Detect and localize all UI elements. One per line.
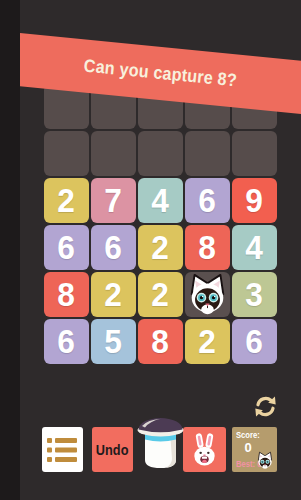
cell-number: 2 <box>57 184 75 217</box>
cat-cell[interactable] <box>185 272 230 317</box>
cell-number: 8 <box>198 231 216 264</box>
number-cell-7[interactable]: 7 <box>91 178 136 223</box>
cell-number: 2 <box>151 231 169 264</box>
banner-text: Can you capture 8? <box>83 56 238 92</box>
undo-button[interactable]: Undo <box>92 427 133 472</box>
score-label: Score: <box>236 430 260 440</box>
refresh-icon <box>253 394 278 419</box>
number-cell-2[interactable]: 2 <box>91 272 136 317</box>
cat-face-icon <box>255 451 275 470</box>
number-cell-4[interactable]: 4 <box>138 178 183 223</box>
number-cell-2[interactable]: 2 <box>138 272 183 317</box>
number-cell-4[interactable]: 4 <box>232 225 277 270</box>
number-cell-6[interactable]: 6 <box>44 319 89 364</box>
bunny-button[interactable] <box>183 427 226 472</box>
cat-face-icon <box>185 272 230 317</box>
number-cell-3[interactable]: 3 <box>232 272 277 317</box>
number-cell-8[interactable]: 8 <box>185 225 230 270</box>
cell-number: 5 <box>104 325 122 358</box>
cell-number: 2 <box>151 278 169 311</box>
cell-number: 9 <box>245 184 263 217</box>
cell-number: 7 <box>104 184 122 217</box>
number-cell-9[interactable]: 9 <box>232 178 277 223</box>
cell-number: 8 <box>151 325 169 358</box>
number-cell-2[interactable]: 2 <box>138 225 183 270</box>
number-cell-8[interactable]: 8 <box>138 319 183 364</box>
empty-cell <box>44 131 89 176</box>
game-board: 2746966284822 365826 <box>44 84 277 364</box>
cell-number: 8 <box>57 278 75 311</box>
menu-button[interactable] <box>42 427 83 472</box>
cell-number: 6 <box>245 325 263 358</box>
cell-number: 2 <box>198 325 216 358</box>
undo-label: Undo <box>96 441 129 458</box>
score-panel: Score: 0 Best: 0 <box>232 427 277 472</box>
cell-number: 6 <box>104 231 122 264</box>
list-menu-icon <box>47 438 77 462</box>
cell-number: 4 <box>245 231 263 264</box>
cell-number: 6 <box>57 231 75 264</box>
score-value: 0 <box>245 441 252 455</box>
empty-cell <box>138 131 183 176</box>
number-cell-6[interactable]: 6 <box>91 225 136 270</box>
magic-hat-item[interactable] <box>136 414 185 472</box>
number-cell-8[interactable]: 8 <box>44 272 89 317</box>
refresh-button[interactable] <box>253 394 278 419</box>
number-cell-2[interactable]: 2 <box>44 178 89 223</box>
game-screen: Can you capture 8? 2746966284822 365826 <box>20 0 301 500</box>
number-cell-6[interactable]: 6 <box>232 319 277 364</box>
cell-number: 2 <box>104 278 122 311</box>
cell-number: 6 <box>198 184 216 217</box>
magic-hat-icon <box>136 414 185 472</box>
bunny-icon <box>187 430 222 470</box>
cell-number: 4 <box>151 184 169 217</box>
number-cell-2[interactable]: 2 <box>185 319 230 364</box>
empty-cell <box>232 131 277 176</box>
score-cat-icon <box>255 451 275 470</box>
number-cell-6[interactable]: 6 <box>44 225 89 270</box>
empty-cell <box>91 131 136 176</box>
number-cell-5[interactable]: 5 <box>91 319 136 364</box>
number-cell-6[interactable]: 6 <box>185 178 230 223</box>
empty-cell <box>185 131 230 176</box>
cell-number: 3 <box>245 278 263 311</box>
cell-number: 6 <box>57 325 75 358</box>
